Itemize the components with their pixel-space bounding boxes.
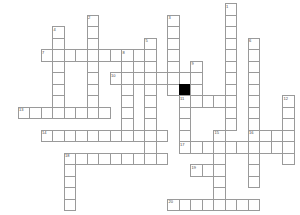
grid-cell[interactable]: [248, 176, 261, 189]
grid-cell[interactable]: [98, 107, 111, 120]
grid-cell[interactable]: [156, 153, 169, 166]
grid-cell[interactable]: [64, 199, 77, 212]
crossword-grid: 1234567891011121314151617181920: [0, 0, 300, 215]
grid-cell[interactable]: [225, 118, 238, 131]
grid-cell[interactable]: [156, 130, 169, 143]
grid-cell[interactable]: [282, 153, 295, 166]
grid-cell[interactable]: [248, 199, 261, 212]
